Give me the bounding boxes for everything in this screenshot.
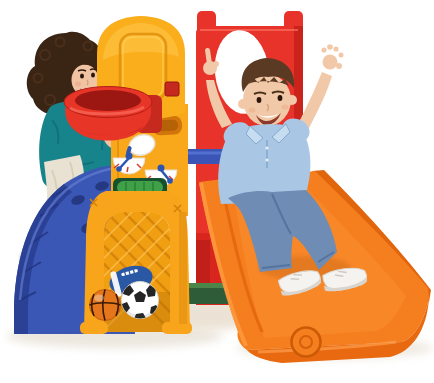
gauge-pivot xyxy=(158,165,165,172)
girl-blush xyxy=(75,82,81,87)
boy-eye-right xyxy=(278,95,283,101)
gauge-needle-ball xyxy=(167,178,173,184)
step2-logo-badge xyxy=(165,82,179,96)
boy-button-1 xyxy=(265,146,268,149)
boy-blush-left xyxy=(249,107,256,112)
boy-eye-left xyxy=(257,97,262,103)
tower-support-left xyxy=(196,240,210,290)
slide-lip-boss xyxy=(292,328,321,357)
girl-eye-left xyxy=(80,73,84,78)
scene-canvas xyxy=(0,0,434,383)
boy-arm-left xyxy=(298,72,332,130)
basketball xyxy=(90,290,121,321)
basketball-highlight xyxy=(94,295,104,302)
boy-finger-fold xyxy=(213,61,219,67)
goal-foot-right xyxy=(162,322,192,334)
basketball-hoop xyxy=(64,87,162,141)
gauge-needle-ball xyxy=(116,166,122,172)
hoop-opening xyxy=(75,90,141,111)
product-photo-scene xyxy=(0,0,434,383)
goal-foot-left xyxy=(80,322,108,334)
boy-blush-right xyxy=(282,104,289,109)
goal-leg-shade xyxy=(179,212,187,324)
boy-hand-left xyxy=(323,55,338,70)
girl-eye-right xyxy=(91,72,95,77)
boy-button-2 xyxy=(265,158,268,161)
